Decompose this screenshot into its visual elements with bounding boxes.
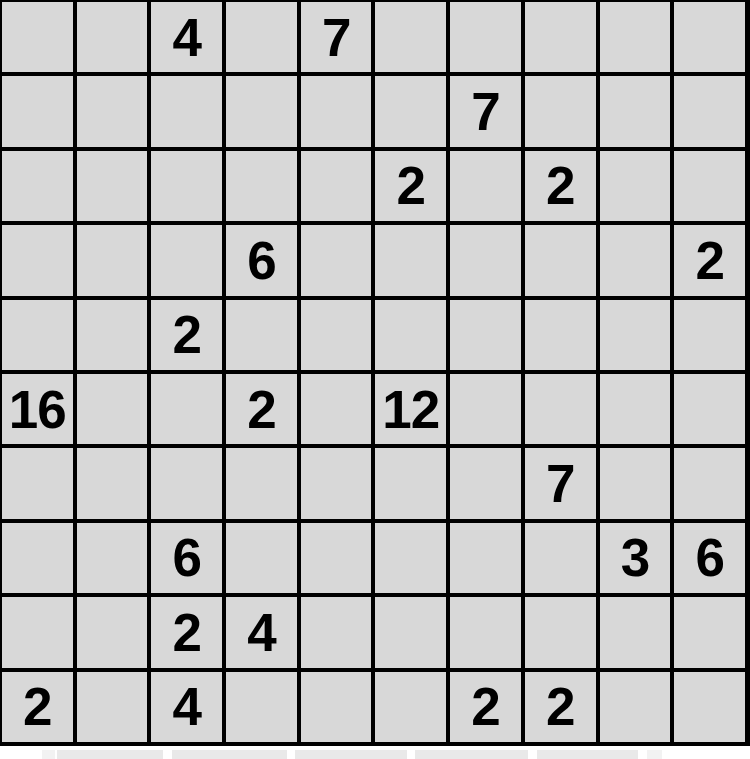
cell-r7c10[interactable] <box>674 448 745 518</box>
cell-r10c2[interactable] <box>77 672 148 742</box>
cell-r9c6[interactable] <box>375 597 446 667</box>
cell-r3c1[interactable] <box>2 151 73 221</box>
cell-r4c6[interactable] <box>375 225 446 295</box>
cell-r1c8[interactable] <box>525 2 596 72</box>
clue-cell-r5c3[interactable]: 2 <box>151 300 222 370</box>
cell-r1c7[interactable] <box>450 2 521 72</box>
cell-r8c7[interactable] <box>450 523 521 593</box>
clue-cell-r9c3[interactable]: 2 <box>151 597 222 667</box>
cell-r5c10[interactable] <box>674 300 745 370</box>
cell-r8c6[interactable] <box>375 523 446 593</box>
cell-r7c1[interactable] <box>2 448 73 518</box>
cell-r3c9[interactable] <box>600 151 671 221</box>
cell-r8c4[interactable] <box>226 523 297 593</box>
cell-r10c6[interactable] <box>375 672 446 742</box>
cell-r5c1[interactable] <box>2 300 73 370</box>
cell-r2c9[interactable] <box>600 76 671 146</box>
cell-r5c2[interactable] <box>77 300 148 370</box>
cell-r6c9[interactable] <box>600 374 671 444</box>
cell-r2c1[interactable] <box>2 76 73 146</box>
cell-r6c10[interactable] <box>674 374 745 444</box>
shikaku-puzzle-screen: 47722622162127636242422 <box>0 0 750 759</box>
cell-r10c9[interactable] <box>600 672 671 742</box>
cell-r9c9[interactable] <box>600 597 671 667</box>
cell-r7c2[interactable] <box>77 448 148 518</box>
cell-r6c8[interactable] <box>525 374 596 444</box>
partial-ui-band-segment <box>57 750 163 759</box>
cell-r3c7[interactable] <box>450 151 521 221</box>
cell-r9c2[interactable] <box>77 597 148 667</box>
cell-r1c1[interactable] <box>2 2 73 72</box>
cell-r4c3[interactable] <box>151 225 222 295</box>
cell-r2c2[interactable] <box>77 76 148 146</box>
partial-ui-band-segment <box>172 750 287 759</box>
cell-r5c9[interactable] <box>600 300 671 370</box>
clue-cell-r6c6[interactable]: 12 <box>375 374 446 444</box>
clue-cell-r8c3[interactable]: 6 <box>151 523 222 593</box>
cell-r4c7[interactable] <box>450 225 521 295</box>
cell-r9c8[interactable] <box>525 597 596 667</box>
clue-cell-r3c6[interactable]: 2 <box>375 151 446 221</box>
cell-r4c8[interactable] <box>525 225 596 295</box>
cell-r8c8[interactable] <box>525 523 596 593</box>
clue-cell-r6c1[interactable]: 16 <box>2 374 73 444</box>
clue-cell-r2c7[interactable]: 7 <box>450 76 521 146</box>
cell-r1c6[interactable] <box>375 2 446 72</box>
partial-ui-band-segment <box>647 750 662 759</box>
cell-r2c8[interactable] <box>525 76 596 146</box>
partial-ui-band-segment <box>42 750 55 759</box>
cell-r7c4[interactable] <box>226 448 297 518</box>
cell-r3c4[interactable] <box>226 151 297 221</box>
cell-r8c5[interactable] <box>301 523 372 593</box>
clue-cell-r8c9[interactable]: 3 <box>600 523 671 593</box>
cell-r2c5[interactable] <box>301 76 372 146</box>
cell-r1c2[interactable] <box>77 2 148 72</box>
clue-cell-r8c10[interactable]: 6 <box>674 523 745 593</box>
partial-ui-band-segment <box>415 750 528 759</box>
cell-r3c3[interactable] <box>151 151 222 221</box>
cell-r7c7[interactable] <box>450 448 521 518</box>
clue-cell-r10c3[interactable]: 4 <box>151 672 222 742</box>
clue-cell-r4c4[interactable]: 6 <box>226 225 297 295</box>
clue-cell-r4c10[interactable]: 2 <box>674 225 745 295</box>
cell-r8c2[interactable] <box>77 523 148 593</box>
cell-r2c6[interactable] <box>375 76 446 146</box>
cell-r9c7[interactable] <box>450 597 521 667</box>
cell-r5c5[interactable] <box>301 300 372 370</box>
cell-r6c2[interactable] <box>77 374 148 444</box>
cell-r3c10[interactable] <box>674 151 745 221</box>
cell-r1c9[interactable] <box>600 2 671 72</box>
cell-r7c3[interactable] <box>151 448 222 518</box>
cell-r4c5[interactable] <box>301 225 372 295</box>
cell-r7c5[interactable] <box>301 448 372 518</box>
cell-r4c9[interactable] <box>600 225 671 295</box>
cell-r9c1[interactable] <box>2 597 73 667</box>
cell-r1c10[interactable] <box>674 2 745 72</box>
clue-cell-r10c7[interactable]: 2 <box>450 672 521 742</box>
clue-cell-r3c8[interactable]: 2 <box>525 151 596 221</box>
partial-ui-band-segment <box>295 750 407 759</box>
cell-r2c3[interactable] <box>151 76 222 146</box>
cell-r3c2[interactable] <box>77 151 148 221</box>
cell-r10c5[interactable] <box>301 672 372 742</box>
cell-r1c4[interactable] <box>226 2 297 72</box>
cell-r7c9[interactable] <box>600 448 671 518</box>
cell-r10c10[interactable] <box>674 672 745 742</box>
clue-cell-r7c8[interactable]: 7 <box>525 448 596 518</box>
clue-cell-r10c8[interactable]: 2 <box>525 672 596 742</box>
partial-bottom-ui <box>0 746 750 759</box>
cell-r5c6[interactable] <box>375 300 446 370</box>
cell-r4c1[interactable] <box>2 225 73 295</box>
cell-r2c10[interactable] <box>674 76 745 146</box>
cell-r5c8[interactable] <box>525 300 596 370</box>
cell-r2c4[interactable] <box>226 76 297 146</box>
cell-r5c7[interactable] <box>450 300 521 370</box>
partial-ui-band-segment <box>537 750 638 759</box>
cell-r3c5[interactable] <box>301 151 372 221</box>
cell-r9c10[interactable] <box>674 597 745 667</box>
cell-r10c4[interactable] <box>226 672 297 742</box>
cell-r4c2[interactable] <box>77 225 148 295</box>
clue-cell-r10c1[interactable]: 2 <box>2 672 73 742</box>
cell-r6c5[interactable] <box>301 374 372 444</box>
clue-cell-r6c4[interactable]: 2 <box>226 374 297 444</box>
shikaku-board: 47722622162127636242422 <box>0 0 750 746</box>
cell-r8c1[interactable] <box>2 523 73 593</box>
cell-r6c3[interactable] <box>151 374 222 444</box>
cell-r5c4[interactable] <box>226 300 297 370</box>
clue-cell-r1c5[interactable]: 7 <box>301 2 372 72</box>
clue-cell-r1c3[interactable]: 4 <box>151 2 222 72</box>
cell-r9c5[interactable] <box>301 597 372 667</box>
cell-r6c7[interactable] <box>450 374 521 444</box>
clue-cell-r9c4[interactable]: 4 <box>226 597 297 667</box>
cell-r7c6[interactable] <box>375 448 446 518</box>
